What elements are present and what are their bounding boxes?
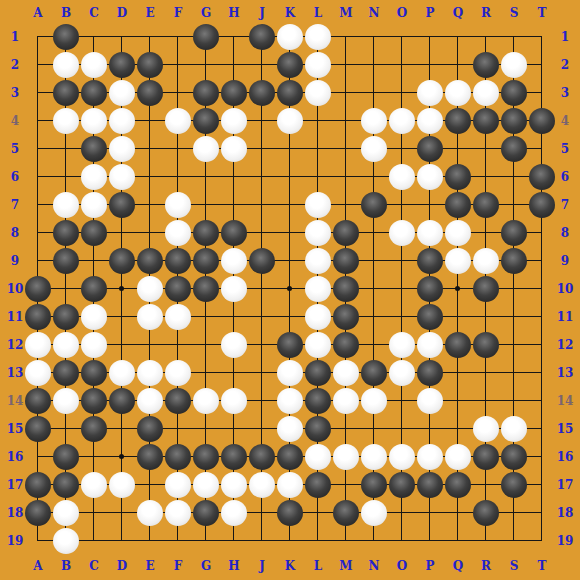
intersection[interactable]	[108, 527, 136, 555]
intersection[interactable]	[136, 107, 164, 135]
intersection[interactable]	[108, 359, 136, 387]
intersection[interactable]	[276, 275, 304, 303]
intersection[interactable]	[52, 443, 80, 471]
intersection[interactable]	[108, 135, 136, 163]
intersection[interactable]	[416, 23, 444, 51]
intersection[interactable]	[332, 219, 360, 247]
intersection[interactable]	[24, 247, 52, 275]
intersection[interactable]	[416, 51, 444, 79]
intersection[interactable]	[304, 163, 332, 191]
intersection[interactable]	[136, 331, 164, 359]
intersection[interactable]	[388, 51, 416, 79]
intersection[interactable]	[52, 499, 80, 527]
intersection[interactable]	[192, 191, 220, 219]
intersection[interactable]	[416, 107, 444, 135]
intersection[interactable]	[304, 499, 332, 527]
intersection[interactable]	[444, 275, 472, 303]
intersection[interactable]	[472, 23, 500, 51]
intersection[interactable]	[248, 219, 276, 247]
intersection[interactable]	[24, 23, 52, 51]
intersection[interactable]	[416, 415, 444, 443]
intersection[interactable]	[500, 527, 528, 555]
intersection[interactable]	[276, 163, 304, 191]
intersection[interactable]	[472, 387, 500, 415]
intersection[interactable]	[528, 527, 556, 555]
intersection[interactable]	[108, 331, 136, 359]
intersection[interactable]	[220, 79, 248, 107]
intersection[interactable]	[248, 23, 276, 51]
intersection[interactable]	[164, 275, 192, 303]
intersection[interactable]	[80, 191, 108, 219]
intersection[interactable]	[108, 51, 136, 79]
intersection[interactable]	[444, 331, 472, 359]
intersection[interactable]	[52, 51, 80, 79]
intersection[interactable]	[388, 303, 416, 331]
intersection[interactable]	[500, 163, 528, 191]
intersection[interactable]	[304, 331, 332, 359]
intersection[interactable]	[388, 471, 416, 499]
intersection[interactable]	[80, 275, 108, 303]
intersection[interactable]	[360, 23, 388, 51]
intersection[interactable]	[360, 275, 388, 303]
intersection[interactable]	[164, 471, 192, 499]
intersection[interactable]	[192, 107, 220, 135]
intersection[interactable]	[276, 359, 304, 387]
intersection[interactable]	[108, 219, 136, 247]
intersection[interactable]	[52, 303, 80, 331]
intersection[interactable]	[528, 247, 556, 275]
intersection[interactable]	[276, 219, 304, 247]
intersection[interactable]	[332, 303, 360, 331]
intersection[interactable]	[388, 499, 416, 527]
intersection[interactable]	[332, 415, 360, 443]
intersection[interactable]	[472, 527, 500, 555]
intersection[interactable]	[52, 415, 80, 443]
intersection[interactable]	[108, 387, 136, 415]
intersection[interactable]	[248, 443, 276, 471]
intersection[interactable]	[472, 303, 500, 331]
intersection[interactable]	[304, 387, 332, 415]
intersection[interactable]	[416, 219, 444, 247]
intersection[interactable]	[52, 359, 80, 387]
intersection[interactable]	[248, 79, 276, 107]
intersection[interactable]	[136, 303, 164, 331]
intersection[interactable]	[276, 107, 304, 135]
intersection[interactable]	[108, 79, 136, 107]
intersection[interactable]	[388, 219, 416, 247]
intersection[interactable]	[52, 191, 80, 219]
intersection[interactable]	[332, 331, 360, 359]
intersection[interactable]	[136, 359, 164, 387]
intersection[interactable]	[24, 499, 52, 527]
intersection[interactable]	[332, 387, 360, 415]
intersection[interactable]	[192, 415, 220, 443]
intersection[interactable]	[192, 275, 220, 303]
intersection[interactable]	[500, 387, 528, 415]
intersection[interactable]	[472, 247, 500, 275]
intersection[interactable]	[80, 247, 108, 275]
intersection[interactable]	[164, 51, 192, 79]
intersection[interactable]	[500, 359, 528, 387]
intersection[interactable]	[444, 471, 472, 499]
intersection[interactable]	[220, 219, 248, 247]
intersection[interactable]	[24, 527, 52, 555]
intersection[interactable]	[528, 331, 556, 359]
intersection[interactable]	[24, 331, 52, 359]
intersection[interactable]	[444, 51, 472, 79]
intersection[interactable]	[528, 135, 556, 163]
intersection[interactable]	[500, 499, 528, 527]
intersection[interactable]	[388, 107, 416, 135]
intersection[interactable]	[276, 443, 304, 471]
intersection[interactable]	[528, 219, 556, 247]
intersection[interactable]	[80, 219, 108, 247]
intersection[interactable]	[444, 191, 472, 219]
intersection[interactable]	[80, 527, 108, 555]
intersection[interactable]	[416, 163, 444, 191]
intersection[interactable]	[388, 331, 416, 359]
intersection[interactable]	[388, 135, 416, 163]
intersection[interactable]	[360, 247, 388, 275]
intersection[interactable]	[500, 415, 528, 443]
intersection[interactable]	[164, 247, 192, 275]
intersection[interactable]	[248, 135, 276, 163]
intersection[interactable]	[444, 247, 472, 275]
intersection[interactable]	[80, 51, 108, 79]
intersection[interactable]	[248, 303, 276, 331]
intersection[interactable]	[276, 415, 304, 443]
intersection[interactable]	[304, 359, 332, 387]
intersection[interactable]	[388, 163, 416, 191]
intersection[interactable]	[416, 443, 444, 471]
intersection[interactable]	[80, 163, 108, 191]
intersection[interactable]	[192, 387, 220, 415]
intersection[interactable]	[444, 163, 472, 191]
intersection[interactable]	[108, 415, 136, 443]
intersection[interactable]	[360, 303, 388, 331]
intersection[interactable]	[80, 107, 108, 135]
intersection[interactable]	[136, 23, 164, 51]
intersection[interactable]	[248, 275, 276, 303]
intersection[interactable]	[444, 303, 472, 331]
intersection[interactable]	[360, 387, 388, 415]
intersection[interactable]	[332, 247, 360, 275]
intersection[interactable]	[52, 135, 80, 163]
intersection[interactable]	[220, 471, 248, 499]
intersection[interactable]	[52, 387, 80, 415]
intersection[interactable]	[164, 499, 192, 527]
intersection[interactable]	[304, 135, 332, 163]
intersection[interactable]	[108, 23, 136, 51]
intersection[interactable]	[136, 247, 164, 275]
intersection[interactable]	[192, 499, 220, 527]
intersection[interactable]	[500, 247, 528, 275]
intersection[interactable]	[164, 163, 192, 191]
intersection[interactable]	[80, 387, 108, 415]
intersection[interactable]	[528, 387, 556, 415]
intersection[interactable]	[388, 247, 416, 275]
intersection[interactable]	[136, 527, 164, 555]
intersection[interactable]	[360, 359, 388, 387]
intersection[interactable]	[416, 247, 444, 275]
intersection[interactable]	[136, 191, 164, 219]
intersection[interactable]	[80, 471, 108, 499]
intersection[interactable]	[108, 275, 136, 303]
intersection[interactable]	[528, 23, 556, 51]
intersection[interactable]	[388, 527, 416, 555]
intersection[interactable]	[276, 191, 304, 219]
intersection[interactable]	[52, 275, 80, 303]
intersection[interactable]	[444, 23, 472, 51]
intersection[interactable]	[332, 359, 360, 387]
intersection[interactable]	[220, 331, 248, 359]
intersection[interactable]	[332, 527, 360, 555]
intersection[interactable]	[444, 527, 472, 555]
intersection[interactable]	[360, 107, 388, 135]
intersection[interactable]	[108, 471, 136, 499]
intersection[interactable]	[388, 23, 416, 51]
intersection[interactable]	[528, 107, 556, 135]
intersection[interactable]	[276, 527, 304, 555]
intersection[interactable]	[416, 471, 444, 499]
intersection[interactable]	[220, 443, 248, 471]
intersection[interactable]	[192, 219, 220, 247]
intersection[interactable]	[52, 23, 80, 51]
intersection[interactable]	[332, 191, 360, 219]
intersection[interactable]	[360, 51, 388, 79]
intersection[interactable]	[304, 79, 332, 107]
intersection[interactable]	[500, 51, 528, 79]
intersection[interactable]	[192, 135, 220, 163]
intersection[interactable]	[220, 247, 248, 275]
intersection[interactable]	[136, 471, 164, 499]
intersection[interactable]	[220, 23, 248, 51]
intersection[interactable]	[500, 303, 528, 331]
intersection[interactable]	[416, 359, 444, 387]
intersection[interactable]	[192, 247, 220, 275]
intersection[interactable]	[192, 303, 220, 331]
intersection[interactable]	[164, 191, 192, 219]
intersection[interactable]	[332, 135, 360, 163]
intersection[interactable]	[164, 79, 192, 107]
intersection[interactable]	[416, 387, 444, 415]
intersection[interactable]	[332, 51, 360, 79]
intersection[interactable]	[164, 331, 192, 359]
intersection[interactable]	[360, 415, 388, 443]
intersection[interactable]	[24, 107, 52, 135]
intersection[interactable]	[24, 415, 52, 443]
intersection[interactable]	[220, 163, 248, 191]
intersection[interactable]	[80, 135, 108, 163]
intersection[interactable]	[388, 359, 416, 387]
intersection[interactable]	[24, 219, 52, 247]
intersection[interactable]	[500, 443, 528, 471]
intersection[interactable]	[444, 79, 472, 107]
intersection[interactable]	[416, 499, 444, 527]
intersection[interactable]	[360, 331, 388, 359]
intersection[interactable]	[220, 191, 248, 219]
intersection[interactable]	[304, 219, 332, 247]
intersection[interactable]	[192, 359, 220, 387]
intersection[interactable]	[472, 443, 500, 471]
intersection[interactable]	[248, 359, 276, 387]
intersection[interactable]	[388, 415, 416, 443]
intersection[interactable]	[276, 79, 304, 107]
intersection[interactable]	[472, 191, 500, 219]
intersection[interactable]	[528, 303, 556, 331]
intersection[interactable]	[52, 107, 80, 135]
intersection[interactable]	[24, 359, 52, 387]
intersection[interactable]	[500, 79, 528, 107]
intersection[interactable]	[164, 303, 192, 331]
intersection[interactable]	[248, 163, 276, 191]
intersection[interactable]	[360, 135, 388, 163]
intersection[interactable]	[304, 443, 332, 471]
intersection[interactable]	[444, 387, 472, 415]
intersection[interactable]	[472, 79, 500, 107]
intersection[interactable]	[360, 443, 388, 471]
intersection[interactable]	[472, 275, 500, 303]
intersection[interactable]	[248, 471, 276, 499]
intersection[interactable]	[164, 23, 192, 51]
intersection[interactable]	[164, 219, 192, 247]
intersection[interactable]	[360, 191, 388, 219]
intersection[interactable]	[416, 303, 444, 331]
intersection[interactable]	[332, 79, 360, 107]
intersection[interactable]	[248, 191, 276, 219]
intersection[interactable]	[108, 247, 136, 275]
intersection[interactable]	[444, 359, 472, 387]
intersection[interactable]	[304, 247, 332, 275]
intersection[interactable]	[108, 303, 136, 331]
intersection[interactable]	[472, 331, 500, 359]
intersection[interactable]	[24, 471, 52, 499]
intersection[interactable]	[416, 275, 444, 303]
intersection[interactable]	[416, 527, 444, 555]
intersection[interactable]	[528, 275, 556, 303]
intersection[interactable]	[136, 79, 164, 107]
intersection[interactable]	[80, 415, 108, 443]
intersection[interactable]	[332, 471, 360, 499]
intersection[interactable]	[276, 247, 304, 275]
intersection[interactable]	[24, 163, 52, 191]
intersection[interactable]	[164, 527, 192, 555]
intersection[interactable]	[472, 163, 500, 191]
intersection[interactable]	[500, 471, 528, 499]
intersection[interactable]	[472, 415, 500, 443]
intersection[interactable]	[108, 107, 136, 135]
intersection[interactable]	[472, 51, 500, 79]
intersection[interactable]	[304, 275, 332, 303]
intersection[interactable]	[52, 247, 80, 275]
intersection[interactable]	[80, 499, 108, 527]
intersection[interactable]	[136, 219, 164, 247]
intersection[interactable]	[276, 303, 304, 331]
intersection[interactable]	[24, 275, 52, 303]
intersection[interactable]	[24, 51, 52, 79]
intersection[interactable]	[24, 79, 52, 107]
intersection[interactable]	[304, 527, 332, 555]
intersection[interactable]	[276, 387, 304, 415]
intersection[interactable]	[248, 499, 276, 527]
intersection[interactable]	[248, 331, 276, 359]
intersection[interactable]	[472, 107, 500, 135]
intersection[interactable]	[248, 387, 276, 415]
intersection[interactable]	[248, 415, 276, 443]
intersection[interactable]	[108, 163, 136, 191]
intersection[interactable]	[444, 107, 472, 135]
intersection[interactable]	[80, 23, 108, 51]
intersection[interactable]	[276, 331, 304, 359]
intersection[interactable]	[388, 387, 416, 415]
intersection[interactable]	[304, 415, 332, 443]
intersection[interactable]	[416, 79, 444, 107]
intersection[interactable]	[52, 471, 80, 499]
intersection[interactable]	[500, 23, 528, 51]
intersection[interactable]	[24, 303, 52, 331]
intersection[interactable]	[52, 331, 80, 359]
intersection[interactable]	[248, 107, 276, 135]
intersection[interactable]	[528, 471, 556, 499]
intersection[interactable]	[388, 191, 416, 219]
intersection[interactable]	[80, 443, 108, 471]
intersection[interactable]	[80, 331, 108, 359]
intersection[interactable]	[528, 359, 556, 387]
intersection[interactable]	[304, 191, 332, 219]
intersection[interactable]	[220, 107, 248, 135]
intersection[interactable]	[220, 275, 248, 303]
intersection[interactable]	[220, 303, 248, 331]
intersection[interactable]	[164, 107, 192, 135]
intersection[interactable]	[472, 471, 500, 499]
intersection[interactable]	[444, 219, 472, 247]
intersection[interactable]	[136, 387, 164, 415]
intersection[interactable]	[416, 191, 444, 219]
intersection[interactable]	[192, 79, 220, 107]
intersection[interactable]	[360, 219, 388, 247]
intersection[interactable]	[500, 135, 528, 163]
intersection[interactable]	[500, 191, 528, 219]
intersection[interactable]	[360, 527, 388, 555]
intersection[interactable]	[52, 163, 80, 191]
intersection[interactable]	[136, 499, 164, 527]
intersection[interactable]	[248, 247, 276, 275]
intersection[interactable]	[108, 191, 136, 219]
intersection[interactable]	[304, 23, 332, 51]
intersection[interactable]	[220, 415, 248, 443]
intersection[interactable]	[528, 443, 556, 471]
intersection[interactable]	[108, 499, 136, 527]
intersection[interactable]	[192, 443, 220, 471]
intersection[interactable]	[220, 499, 248, 527]
intersection[interactable]	[332, 275, 360, 303]
intersection[interactable]	[500, 107, 528, 135]
intersection[interactable]	[388, 275, 416, 303]
intersection[interactable]	[24, 191, 52, 219]
intersection[interactable]	[500, 219, 528, 247]
intersection[interactable]	[248, 527, 276, 555]
intersection[interactable]	[388, 443, 416, 471]
intersection[interactable]	[304, 303, 332, 331]
intersection[interactable]	[136, 135, 164, 163]
intersection[interactable]	[444, 135, 472, 163]
intersection[interactable]	[360, 163, 388, 191]
intersection[interactable]	[52, 79, 80, 107]
intersection[interactable]	[192, 471, 220, 499]
intersection[interactable]	[416, 135, 444, 163]
intersection[interactable]	[80, 359, 108, 387]
intersection[interactable]	[304, 51, 332, 79]
